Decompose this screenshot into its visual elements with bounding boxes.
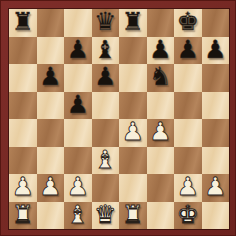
piece-black-pawn-f7[interactable]: ♟ — [149, 37, 171, 62]
square-c3[interactable] — [64, 147, 92, 175]
square-e8[interactable]: ♜ — [119, 9, 147, 37]
square-a6[interactable] — [9, 64, 37, 92]
square-e5[interactable] — [119, 92, 147, 120]
square-h7[interactable]: ♟ — [202, 37, 230, 65]
square-d7[interactable]: ♝ — [92, 37, 120, 65]
square-a8[interactable]: ♜ — [9, 9, 37, 37]
square-a1[interactable]: ♜ — [9, 202, 37, 230]
square-b7[interactable] — [37, 37, 65, 65]
piece-white-queen-d1[interactable]: ♛ — [94, 202, 116, 227]
piece-white-pawn-g2[interactable]: ♟ — [177, 174, 199, 199]
square-h1[interactable] — [202, 202, 230, 230]
square-f3[interactable] — [147, 147, 175, 175]
square-d4[interactable] — [92, 119, 120, 147]
square-b8[interactable] — [37, 9, 65, 37]
square-g3[interactable] — [174, 147, 202, 175]
piece-black-king-g8[interactable]: ♚ — [177, 9, 199, 34]
piece-black-pawn-d6[interactable]: ♟ — [94, 64, 116, 89]
square-h8[interactable] — [202, 9, 230, 37]
square-e7[interactable] — [119, 37, 147, 65]
square-e6[interactable] — [119, 64, 147, 92]
piece-black-pawn-c5[interactable]: ♟ — [67, 92, 89, 117]
square-d2[interactable] — [92, 174, 120, 202]
square-f6[interactable]: ♞ — [147, 64, 175, 92]
square-a2[interactable]: ♟ — [9, 174, 37, 202]
square-d1[interactable]: ♛ — [92, 202, 120, 230]
square-e3[interactable] — [119, 147, 147, 175]
square-a7[interactable] — [9, 37, 37, 65]
square-d8[interactable]: ♛ — [92, 9, 120, 37]
square-h5[interactable] — [202, 92, 230, 120]
square-h3[interactable] — [202, 147, 230, 175]
piece-black-knight-f6[interactable]: ♞ — [149, 64, 171, 89]
piece-black-bishop-d7[interactable]: ♝ — [94, 37, 116, 62]
piece-black-pawn-g7[interactable]: ♟ — [177, 37, 199, 62]
square-c8[interactable] — [64, 9, 92, 37]
square-b5[interactable] — [37, 92, 65, 120]
piece-white-bishop-d3[interactable]: ♝ — [94, 147, 116, 172]
piece-white-pawn-c2[interactable]: ♟ — [67, 174, 89, 199]
square-e2[interactable] — [119, 174, 147, 202]
square-f4[interactable]: ♟ — [147, 119, 175, 147]
square-g2[interactable]: ♟ — [174, 174, 202, 202]
piece-white-pawn-a2[interactable]: ♟ — [12, 174, 34, 199]
piece-black-queen-d8[interactable]: ♛ — [94, 9, 116, 34]
square-d5[interactable] — [92, 92, 120, 120]
piece-white-king-g1[interactable]: ♚ — [177, 202, 199, 227]
square-g5[interactable] — [174, 92, 202, 120]
square-e1[interactable]: ♜ — [119, 202, 147, 230]
square-c7[interactable]: ♟ — [64, 37, 92, 65]
piece-black-rook-e8[interactable]: ♜ — [122, 9, 144, 34]
square-h4[interactable] — [202, 119, 230, 147]
piece-white-pawn-h2[interactable]: ♟ — [204, 174, 226, 199]
square-h2[interactable]: ♟ — [202, 174, 230, 202]
chess-board: ♜♛♜♚♟♝♟♟♟♟♟♞♟♟♟♝♟♟♟♟♟♜♝♛♜♚ — [9, 9, 229, 229]
square-f8[interactable] — [147, 9, 175, 37]
piece-white-bishop-c1[interactable]: ♝ — [67, 202, 89, 227]
square-b3[interactable] — [37, 147, 65, 175]
piece-white-pawn-f4[interactable]: ♟ — [149, 119, 171, 144]
square-f5[interactable] — [147, 92, 175, 120]
piece-white-pawn-b2[interactable]: ♟ — [39, 174, 61, 199]
square-d6[interactable]: ♟ — [92, 64, 120, 92]
square-g6[interactable] — [174, 64, 202, 92]
square-c5[interactable]: ♟ — [64, 92, 92, 120]
square-b2[interactable]: ♟ — [37, 174, 65, 202]
piece-black-pawn-c7[interactable]: ♟ — [67, 37, 89, 62]
square-c4[interactable] — [64, 119, 92, 147]
square-c2[interactable]: ♟ — [64, 174, 92, 202]
piece-white-rook-a1[interactable]: ♜ — [12, 202, 34, 227]
square-g4[interactable] — [174, 119, 202, 147]
square-a5[interactable] — [9, 92, 37, 120]
square-a4[interactable] — [9, 119, 37, 147]
square-d3[interactable]: ♝ — [92, 147, 120, 175]
board-frame: ♜♛♜♚♟♝♟♟♟♟♟♞♟♟♟♝♟♟♟♟♟♜♝♛♜♚ — [0, 0, 236, 236]
piece-white-pawn-e4[interactable]: ♟ — [122, 119, 144, 144]
piece-black-pawn-h7[interactable]: ♟ — [204, 37, 226, 62]
square-f1[interactable] — [147, 202, 175, 230]
piece-black-pawn-b6[interactable]: ♟ — [39, 64, 61, 89]
square-c6[interactable] — [64, 64, 92, 92]
square-a3[interactable] — [9, 147, 37, 175]
piece-black-rook-a8[interactable]: ♜ — [12, 9, 34, 34]
square-g7[interactable]: ♟ — [174, 37, 202, 65]
square-g8[interactable]: ♚ — [174, 9, 202, 37]
square-g1[interactable]: ♚ — [174, 202, 202, 230]
piece-white-rook-e1[interactable]: ♜ — [122, 202, 144, 227]
square-e4[interactable]: ♟ — [119, 119, 147, 147]
square-c1[interactable]: ♝ — [64, 202, 92, 230]
square-b1[interactable] — [37, 202, 65, 230]
square-f7[interactable]: ♟ — [147, 37, 175, 65]
square-h6[interactable] — [202, 64, 230, 92]
square-b4[interactable] — [37, 119, 65, 147]
square-f2[interactable] — [147, 174, 175, 202]
square-b6[interactable]: ♟ — [37, 64, 65, 92]
